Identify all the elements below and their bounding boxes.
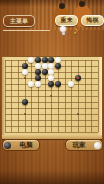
grid-hline	[5, 132, 98, 133]
player-black-label: 电脑	[13, 141, 39, 150]
stone-white	[22, 69, 28, 75]
stone-black	[55, 63, 61, 69]
player-white-label: 玩家	[66, 141, 92, 150]
header-divider-line	[3, 30, 50, 31]
grid-vline	[98, 60, 99, 132]
painted-figure-right-head	[79, 1, 85, 7]
gomoku-board[interactable]	[2, 56, 102, 140]
sound-note-icon[interactable]: ♪	[73, 24, 83, 36]
stone-black	[22, 99, 28, 105]
stone-white	[35, 81, 41, 87]
stone-black	[48, 81, 54, 87]
star-point	[24, 113, 26, 115]
stone-black	[42, 69, 48, 75]
last-move-marker	[77, 77, 79, 79]
undo-button-label: 悔棋	[87, 16, 99, 25]
stone-white	[48, 75, 54, 81]
player-white-badge: 玩家	[65, 139, 103, 151]
grid-hline	[5, 108, 98, 109]
white-stone-icon	[94, 142, 101, 149]
main-menu-button[interactable]: 主菜单	[3, 15, 35, 27]
painted-figure-left-head	[59, 3, 65, 9]
stone-white	[28, 57, 34, 63]
stone-white	[28, 81, 34, 87]
grid-hline	[5, 126, 98, 127]
star-point	[24, 77, 26, 79]
hint-lightbulb-icon[interactable]	[60, 26, 66, 35]
undo-button[interactable]: 悔棋	[81, 15, 104, 26]
stone-white	[55, 57, 61, 63]
grid-hline	[5, 120, 98, 121]
lightbulb-base	[62, 32, 65, 35]
main-menu-button-label: 主菜单	[10, 17, 28, 26]
stone-white	[35, 63, 41, 69]
stone-black	[55, 81, 61, 87]
black-stone-icon	[4, 142, 11, 149]
stone-white	[68, 81, 74, 87]
stone-white	[42, 63, 48, 69]
player-black-badge: 电脑	[2, 139, 40, 151]
grid-hline	[5, 114, 98, 115]
star-point	[77, 113, 79, 115]
grid-hline	[5, 102, 98, 103]
grid-hline	[5, 90, 98, 91]
restart-button-label: 重来	[61, 16, 73, 25]
app-screen: 主菜单 重来 悔棋 ♪ 电脑 玩家	[0, 0, 104, 184]
